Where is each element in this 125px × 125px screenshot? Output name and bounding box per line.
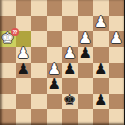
square-g6[interactable] bbox=[93, 31, 109, 47]
square-d1[interactable] bbox=[47, 109, 63, 125]
square-c7[interactable] bbox=[31, 16, 47, 32]
black-pawn[interactable]: ♟ bbox=[63, 62, 76, 77]
square-a5[interactable] bbox=[0, 47, 16, 63]
square-a1[interactable] bbox=[0, 109, 16, 125]
square-c1[interactable] bbox=[31, 109, 47, 125]
black-pawn[interactable]: ♟ bbox=[17, 62, 30, 77]
square-b3[interactable] bbox=[16, 78, 32, 94]
white-pawn[interactable]: ♟ bbox=[110, 31, 123, 46]
square-a6[interactable]: ♚?? bbox=[0, 31, 16, 47]
chess-board[interactable]: ♟♚??♟♟♟♟♟♟♟♟♟♟♚♟ bbox=[0, 0, 124, 125]
chess-board-wrap: ♟♚??♟♟♟♟♟♟♟♟♟♟♚♟ bbox=[0, 0, 124, 125]
black-pawn[interactable]: ♟ bbox=[48, 77, 61, 92]
square-h3[interactable] bbox=[109, 78, 125, 94]
square-h4[interactable] bbox=[109, 63, 125, 79]
square-e1[interactable] bbox=[62, 109, 78, 125]
square-c5[interactable] bbox=[31, 47, 47, 63]
square-f4[interactable] bbox=[78, 63, 94, 79]
square-g2[interactable]: ♟ bbox=[93, 94, 109, 110]
square-f1[interactable] bbox=[78, 109, 94, 125]
square-c4[interactable] bbox=[31, 63, 47, 79]
square-a4[interactable] bbox=[0, 63, 16, 79]
blunder-badge: ?? bbox=[11, 28, 19, 36]
square-e7[interactable] bbox=[62, 16, 78, 32]
square-c6[interactable] bbox=[31, 31, 47, 47]
square-e8[interactable] bbox=[62, 0, 78, 16]
square-h5[interactable] bbox=[109, 47, 125, 63]
square-g4[interactable]: ♟ bbox=[93, 63, 109, 79]
square-d2[interactable] bbox=[47, 94, 63, 110]
black-pawn[interactable]: ♟ bbox=[94, 62, 107, 77]
square-h1[interactable] bbox=[109, 109, 125, 125]
square-e2[interactable]: ♚ bbox=[62, 94, 78, 110]
square-f3[interactable] bbox=[78, 78, 94, 94]
square-f2[interactable] bbox=[78, 94, 94, 110]
square-b2[interactable] bbox=[16, 94, 32, 110]
white-pawn[interactable]: ♟ bbox=[94, 15, 107, 30]
square-c3[interactable] bbox=[31, 78, 47, 94]
square-g1[interactable] bbox=[93, 109, 109, 125]
square-a2[interactable] bbox=[0, 94, 16, 110]
square-a8[interactable] bbox=[0, 0, 16, 16]
square-f8[interactable] bbox=[78, 0, 94, 16]
square-d6[interactable] bbox=[47, 31, 63, 47]
square-h2[interactable] bbox=[109, 94, 125, 110]
square-g7[interactable]: ♟ bbox=[93, 16, 109, 32]
square-b8[interactable] bbox=[16, 0, 32, 16]
black-pawn[interactable]: ♟ bbox=[79, 46, 92, 61]
square-h6[interactable]: ♟ bbox=[109, 31, 125, 47]
square-d7[interactable] bbox=[47, 16, 63, 32]
black-king[interactable]: ♚ bbox=[63, 93, 76, 108]
square-a3[interactable] bbox=[0, 78, 16, 94]
square-b4[interactable]: ♟ bbox=[16, 63, 32, 79]
square-h8[interactable] bbox=[109, 0, 125, 16]
square-c2[interactable] bbox=[31, 94, 47, 110]
square-c8[interactable] bbox=[31, 0, 47, 16]
square-b1[interactable] bbox=[16, 109, 32, 125]
black-pawn[interactable]: ♟ bbox=[94, 93, 107, 108]
square-f5[interactable]: ♟ bbox=[78, 47, 94, 63]
square-d3[interactable]: ♟ bbox=[47, 78, 63, 94]
square-d8[interactable] bbox=[47, 0, 63, 16]
square-e4[interactable]: ♟ bbox=[62, 63, 78, 79]
